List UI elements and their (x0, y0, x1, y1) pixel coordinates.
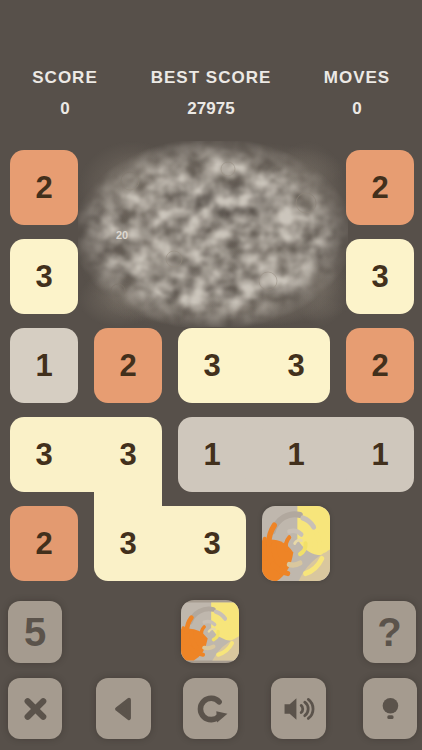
fog-overlay: 20 (78, 141, 348, 327)
best-score-label: BEST SCORE (130, 68, 292, 88)
tile-number: 3 (178, 506, 246, 581)
tile-number: 2 (94, 328, 162, 403)
fog-counter: 20 (116, 229, 128, 241)
back-arrow-icon (104, 687, 144, 731)
score-stat: SCORE 0 (0, 68, 130, 119)
five-button[interactable]: 5 (8, 601, 62, 663)
tile-number: 2 (10, 150, 78, 225)
best-score-stat: BEST SCORE 27975 (130, 68, 292, 119)
tile-number: 3 (94, 506, 162, 581)
tile-number: 1 (178, 417, 246, 492)
tile-number: 1 (262, 417, 330, 492)
score-label: SCORE (0, 68, 130, 88)
bomb-tile[interactable] (262, 506, 330, 581)
moves-label: MOVES (292, 68, 422, 88)
tile-number: 3 (262, 328, 330, 403)
moves-value: 0 (292, 99, 422, 119)
tile-number: 2 (10, 506, 78, 581)
tile-number: 3 (178, 328, 246, 403)
sound-button[interactable] (271, 678, 326, 739)
lightbulb-icon (371, 687, 410, 731)
tile-number: 2 (346, 150, 414, 225)
moves-stat: MOVES 0 (292, 68, 422, 119)
help-button-label: ? (377, 610, 401, 655)
tile-number: 3 (10, 239, 78, 314)
tile-number: 3 (94, 417, 162, 492)
x-icon (16, 687, 55, 731)
tile-number: 1 (10, 328, 78, 403)
back-button[interactable] (96, 678, 151, 739)
tile-number: 3 (10, 417, 78, 492)
help-button[interactable]: ? (363, 601, 416, 663)
swirl-icon (262, 506, 330, 581)
score-value: 0 (0, 99, 130, 119)
bomb-button[interactable] (181, 600, 239, 663)
restart-icon (191, 687, 231, 731)
game-screen: SCORE 0 BEST SCORE 27975 MOVES 0 2233123… (0, 0, 422, 750)
speaker-icon (279, 687, 319, 731)
hint-button[interactable] (363, 678, 417, 739)
swirl-icon (181, 600, 239, 663)
five-button-label: 5 (24, 610, 46, 655)
tile-number: 2 (346, 328, 414, 403)
scoreboard: SCORE 0 BEST SCORE 27975 MOVES 0 (0, 68, 422, 119)
close-button[interactable] (8, 678, 62, 739)
tile-number: 3 (346, 239, 414, 314)
tile-number: 1 (346, 417, 414, 492)
restart-button[interactable] (183, 678, 238, 739)
best-score-value: 27975 (130, 99, 292, 119)
